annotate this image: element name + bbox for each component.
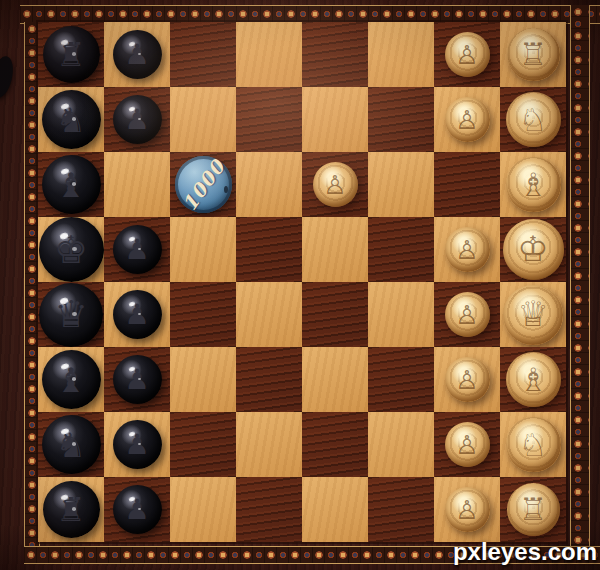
square-c3	[368, 347, 434, 412]
piece-glyph: ♞	[56, 103, 86, 137]
white-knight: ♘	[506, 417, 561, 472]
black-rook: ♜	[43, 481, 100, 538]
square-g1: ♘	[500, 87, 566, 152]
black-pawn: ♟	[113, 290, 162, 339]
piece-glyph: ♙	[455, 107, 478, 133]
square-g8: ♞	[38, 87, 104, 152]
piece-glyph: ♜	[56, 38, 86, 71]
black-pawn: ♟	[113, 485, 162, 534]
marquetry-border-right	[570, 5, 590, 548]
white-rook: ♖	[507, 483, 560, 536]
white-pawn: ♙	[313, 162, 358, 207]
black-bishop: ♝	[42, 350, 101, 409]
white-bishop: ♗	[506, 352, 561, 407]
piece-glyph: ♝	[56, 363, 86, 397]
piece-glyph: ♖	[519, 494, 547, 525]
piece-glyph: ♗	[519, 169, 548, 201]
square-b1: ♘	[500, 412, 566, 477]
chessboard-photo: ♜♟♙♖♞♟♙♘♝1000♙♗♚♟♙♔♛♟♙♕♝♟♙♗♞♟♙♘♜♟♙♖ pxle…	[0, 0, 600, 570]
black-pawn: ♟	[113, 95, 162, 144]
white-queen: ♕	[503, 285, 563, 345]
square-h3	[368, 22, 434, 87]
square-c6	[170, 347, 236, 412]
piece-glyph: ♟	[124, 236, 149, 264]
token-label: 1000	[177, 155, 228, 214]
piece-glyph: ♟	[124, 431, 149, 459]
square-e8: ♚	[38, 217, 104, 282]
white-pawn: ♙	[445, 487, 490, 532]
square-d1: ♕	[500, 282, 566, 347]
square-c5	[236, 347, 302, 412]
piece-glyph: ♟	[124, 41, 149, 69]
square-a4	[302, 477, 368, 542]
square-f6: 1000	[170, 152, 236, 217]
square-a2: ♙	[434, 477, 500, 542]
black-pawn: ♟	[113, 355, 162, 404]
black-knight: ♞	[42, 90, 101, 149]
white-king: ♔	[503, 219, 564, 280]
square-c7: ♟	[104, 347, 170, 412]
square-d4	[302, 282, 368, 347]
watermark: pxleyes.com	[453, 538, 597, 566]
piece-glyph: ♙	[455, 497, 478, 523]
piece-glyph: ♜	[56, 493, 86, 526]
square-b2: ♙	[434, 412, 500, 477]
white-knight: ♘	[506, 92, 561, 147]
square-h6	[170, 22, 236, 87]
square-h4	[302, 22, 368, 87]
white-pawn: ♙	[445, 357, 490, 402]
square-e2: ♙	[434, 217, 500, 282]
piece-glyph: ♙	[455, 432, 478, 458]
black-bishop: ♝	[42, 155, 101, 214]
square-a3	[368, 477, 434, 542]
square-e3	[368, 217, 434, 282]
piece-glyph: ♝	[56, 168, 86, 202]
square-h8: ♜	[38, 22, 104, 87]
piece-glyph: ♛	[54, 296, 87, 333]
piece-glyph: ♖	[519, 39, 547, 70]
square-e7: ♟	[104, 217, 170, 282]
piece-glyph: ♙	[455, 302, 478, 328]
white-pawn: ♙	[445, 422, 490, 467]
square-f4: ♙	[302, 152, 368, 217]
black-knight: ♞	[42, 415, 101, 474]
piece-glyph: ♟	[124, 301, 149, 329]
square-c8: ♝	[38, 347, 104, 412]
square-g2: ♙	[434, 87, 500, 152]
square-f8: ♝	[38, 152, 104, 217]
piece-glyph: ♙	[455, 42, 478, 68]
square-b7: ♟	[104, 412, 170, 477]
piece-glyph: ♗	[519, 364, 548, 396]
square-d2: ♙	[434, 282, 500, 347]
chess-board: ♜♟♙♖♞♟♙♘♝1000♙♗♚♟♙♔♛♟♙♕♝♟♙♗♞♟♙♘♜♟♙♖	[38, 22, 566, 542]
black-pawn: ♟	[113, 420, 162, 469]
square-h2: ♙	[434, 22, 500, 87]
square-b6	[170, 412, 236, 477]
square-d8: ♛	[38, 282, 104, 347]
square-e1: ♔	[500, 217, 566, 282]
square-f1: ♗	[500, 152, 566, 217]
piece-glyph: ♟	[124, 106, 149, 134]
piece-glyph: ♚	[54, 231, 88, 269]
square-f2	[434, 152, 500, 217]
black-pawn: ♟	[113, 225, 162, 274]
square-a5	[236, 477, 302, 542]
white-pawn: ♙	[445, 97, 490, 142]
square-d5	[236, 282, 302, 347]
square-b4	[302, 412, 368, 477]
piece-glyph: ♕	[517, 297, 548, 332]
square-a1: ♖	[500, 477, 566, 542]
square-d7: ♟	[104, 282, 170, 347]
square-g4	[302, 87, 368, 152]
square-e5	[236, 217, 302, 282]
square-b8: ♞	[38, 412, 104, 477]
square-b5	[236, 412, 302, 477]
square-f7	[104, 152, 170, 217]
white-pawn: ♙	[445, 32, 490, 77]
square-c4	[302, 347, 368, 412]
black-queen: ♛	[39, 283, 103, 347]
piece-glyph: ♙	[455, 237, 478, 263]
white-rook: ♖	[507, 28, 560, 81]
square-d3	[368, 282, 434, 347]
piece-glyph: ♙	[455, 367, 478, 393]
square-g6	[170, 87, 236, 152]
offboard-piece-fragment	[0, 54, 17, 99]
square-f5	[236, 152, 302, 217]
black-king: ♚	[39, 217, 104, 282]
square-g5	[236, 87, 302, 152]
piece-glyph: ♔	[517, 232, 548, 267]
piece-glyph: ♙	[323, 172, 346, 198]
square-e4	[302, 217, 368, 282]
square-h5	[236, 22, 302, 87]
square-a7: ♟	[104, 477, 170, 542]
square-h1: ♖	[500, 22, 566, 87]
black-pawn: ♟	[113, 30, 162, 79]
square-g7: ♟	[104, 87, 170, 152]
piece-glyph: ♞	[56, 428, 86, 462]
piece-glyph: ♟	[124, 496, 149, 524]
square-f3	[368, 152, 434, 217]
square-g3	[368, 87, 434, 152]
piece-glyph: ♟	[124, 366, 149, 394]
square-c2: ♙	[434, 347, 500, 412]
square-e6	[170, 217, 236, 282]
square-b3	[368, 412, 434, 477]
square-h7: ♟	[104, 22, 170, 87]
piece-glyph: ♘	[519, 429, 548, 461]
square-a8: ♜	[38, 477, 104, 542]
piece-glyph: ♘	[519, 104, 548, 136]
square-d6	[170, 282, 236, 347]
white-pawn: ♙	[445, 292, 490, 337]
square-c1: ♗	[500, 347, 566, 412]
black-rook: ♜	[43, 26, 100, 83]
square-a6	[170, 477, 236, 542]
token-1000: 1000	[175, 156, 232, 213]
white-bishop: ♗	[506, 157, 561, 212]
white-pawn: ♙	[445, 227, 490, 272]
